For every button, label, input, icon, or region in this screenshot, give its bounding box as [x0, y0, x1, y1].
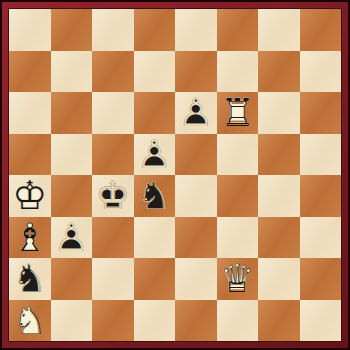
- square-d8[interactable]: [134, 9, 176, 51]
- square-d4[interactable]: ♞♘: [134, 175, 176, 217]
- square-e3[interactable]: [175, 217, 217, 259]
- square-g5[interactable]: [258, 134, 300, 176]
- white-knight-a1: ♞♘: [9, 300, 51, 342]
- square-h5[interactable]: [300, 134, 342, 176]
- square-e1[interactable]: [175, 300, 217, 342]
- square-f3[interactable]: [217, 217, 259, 259]
- black-king-c4: ♚♔: [92, 175, 134, 217]
- square-a7[interactable]: [9, 51, 51, 93]
- black-knight-d4: ♞♘: [134, 175, 176, 217]
- square-g2[interactable]: [258, 258, 300, 300]
- square-e8[interactable]: [175, 9, 217, 51]
- square-c6[interactable]: [92, 92, 134, 134]
- square-h6[interactable]: [300, 92, 342, 134]
- white-rook-f6: ♜♖: [217, 92, 259, 134]
- square-c5[interactable]: [92, 134, 134, 176]
- square-b4[interactable]: [51, 175, 93, 217]
- square-d3[interactable]: [134, 217, 176, 259]
- square-d7[interactable]: [134, 51, 176, 93]
- square-c2[interactable]: [92, 258, 134, 300]
- square-d6[interactable]: [134, 92, 176, 134]
- black-pawn-b3: ♟♙: [51, 217, 93, 259]
- square-c7[interactable]: [92, 51, 134, 93]
- square-f6[interactable]: ♜♖: [217, 92, 259, 134]
- square-a8[interactable]: [9, 9, 51, 51]
- square-g6[interactable]: [258, 92, 300, 134]
- square-f8[interactable]: [217, 9, 259, 51]
- square-d1[interactable]: [134, 300, 176, 342]
- square-a3[interactable]: ♝♗: [9, 217, 51, 259]
- black-pawn-e6: ♟♙: [175, 92, 217, 134]
- square-h4[interactable]: [300, 175, 342, 217]
- square-a5[interactable]: [9, 134, 51, 176]
- square-c1[interactable]: [92, 300, 134, 342]
- square-c4[interactable]: ♚♔: [92, 175, 134, 217]
- square-h1[interactable]: [300, 300, 342, 342]
- square-e6[interactable]: ♟♙: [175, 92, 217, 134]
- square-f5[interactable]: [217, 134, 259, 176]
- square-f2[interactable]: ♛♕: [217, 258, 259, 300]
- square-a2[interactable]: ♞♘: [9, 258, 51, 300]
- white-queen-f2: ♛♕: [217, 258, 259, 300]
- square-c8[interactable]: [92, 9, 134, 51]
- chess-board: ♟♙♜♖♟♙♚♔♚♔♞♘♝♗♟♙♞♘♛♕♞♘: [8, 8, 342, 342]
- square-g8[interactable]: [258, 9, 300, 51]
- square-b7[interactable]: [51, 51, 93, 93]
- square-b5[interactable]: [51, 134, 93, 176]
- square-g4[interactable]: [258, 175, 300, 217]
- square-h3[interactable]: [300, 217, 342, 259]
- square-d2[interactable]: [134, 258, 176, 300]
- square-f4[interactable]: [217, 175, 259, 217]
- board-frame: ♟♙♜♖♟♙♚♔♚♔♞♘♝♗♟♙♞♘♛♕♞♘: [0, 0, 350, 350]
- square-e4[interactable]: [175, 175, 217, 217]
- square-h2[interactable]: [300, 258, 342, 300]
- black-knight-a2: ♞♘: [9, 258, 51, 300]
- square-g7[interactable]: [258, 51, 300, 93]
- square-a1[interactable]: ♞♘: [9, 300, 51, 342]
- square-f7[interactable]: [217, 51, 259, 93]
- square-a6[interactable]: [9, 92, 51, 134]
- square-e7[interactable]: [175, 51, 217, 93]
- square-e2[interactable]: [175, 258, 217, 300]
- square-a4[interactable]: ♚♔: [9, 175, 51, 217]
- white-king-a4: ♚♔: [9, 175, 51, 217]
- square-h8[interactable]: [300, 9, 342, 51]
- square-g3[interactable]: [258, 217, 300, 259]
- square-b8[interactable]: [51, 9, 93, 51]
- square-b2[interactable]: [51, 258, 93, 300]
- square-g1[interactable]: [258, 300, 300, 342]
- square-b6[interactable]: [51, 92, 93, 134]
- square-h7[interactable]: [300, 51, 342, 93]
- white-bishop-a3: ♝♗: [9, 217, 51, 259]
- square-d5[interactable]: ♟♙: [134, 134, 176, 176]
- black-pawn-d5: ♟♙: [134, 134, 176, 176]
- square-b1[interactable]: [51, 300, 93, 342]
- square-b3[interactable]: ♟♙: [51, 217, 93, 259]
- square-f1[interactable]: [217, 300, 259, 342]
- square-e5[interactable]: [175, 134, 217, 176]
- square-c3[interactable]: [92, 217, 134, 259]
